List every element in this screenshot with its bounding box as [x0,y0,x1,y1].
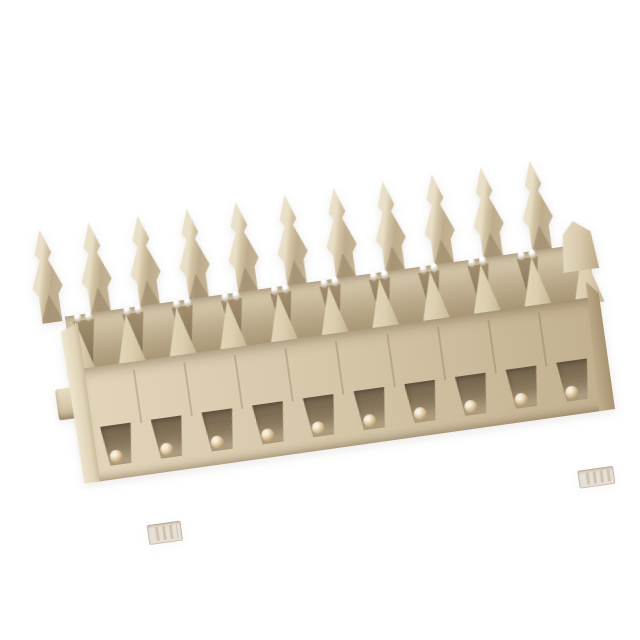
molded-marking-left [147,521,183,546]
latch-tooth [168,206,219,304]
molding-seam [132,370,141,424]
terminal-cavity [199,408,239,452]
terminal-cavity [554,358,594,402]
latch-tooth [217,199,268,297]
contact-ball [463,399,478,414]
terminal-cavity [352,387,392,431]
latch-tooth [462,165,513,263]
molding-seam [487,320,496,374]
molding-seam [538,313,547,367]
contact-ball [362,413,377,428]
latch-tooth [70,220,121,318]
molding-seam [285,348,294,402]
molding-seam [234,355,243,409]
latch-tooth [511,158,562,256]
terminal-cavity [402,380,442,424]
terminal-cavity [453,372,493,416]
contact-ball [413,406,428,421]
terminal-cavity [504,365,544,409]
molding-seam [386,334,395,388]
latch-tooth [364,179,415,277]
terminal-cavity [301,394,341,438]
marking-glyphs [582,469,611,485]
marking-glyphs [151,524,179,541]
terminal-cavity [149,415,189,459]
latch-tooth [413,172,464,270]
contact-ball [261,428,276,443]
molding-seam [437,327,446,381]
contact-ball [514,392,529,407]
molding-seam [183,362,192,416]
molded-marking-right [577,466,615,489]
contact-ball [210,435,225,450]
tooth-gap-shadow [37,293,63,324]
latch-tooth [315,185,366,283]
contact-ball [108,449,123,464]
latch-tooth [119,213,170,311]
contact-ball [311,421,326,436]
contact-ball [565,385,580,400]
latch-tooth [21,227,72,325]
connector-housing [50,165,620,488]
product-photo [0,0,640,640]
molding-seam [335,341,344,395]
latch-tooth [266,192,317,290]
terminal-cavity [98,422,138,466]
terminal-cavity [250,401,290,445]
contact-ball [159,442,174,457]
